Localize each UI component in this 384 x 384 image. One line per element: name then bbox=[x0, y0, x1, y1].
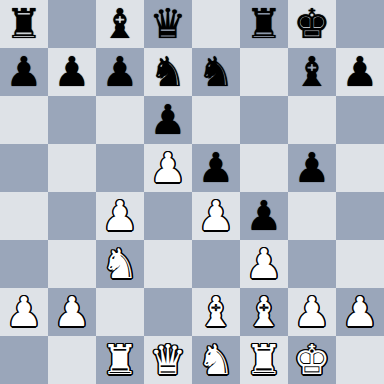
square-d3[interactable] bbox=[144, 240, 192, 288]
white-rook[interactable]: ♜ bbox=[246, 336, 283, 384]
white-bishop[interactable]: ♝ bbox=[246, 288, 283, 336]
black-knight[interactable]: ♞ bbox=[150, 48, 187, 96]
black-pawn[interactable]: ♟ bbox=[54, 48, 91, 96]
square-g5[interactable]: ♟ bbox=[288, 144, 336, 192]
square-h8[interactable] bbox=[336, 0, 384, 48]
black-bishop[interactable]: ♝ bbox=[294, 48, 331, 96]
square-d2[interactable] bbox=[144, 288, 192, 336]
square-f1[interactable]: ♜ bbox=[240, 336, 288, 384]
white-pawn[interactable]: ♟ bbox=[294, 288, 331, 336]
square-b8[interactable] bbox=[48, 0, 96, 48]
black-pawn[interactable]: ♟ bbox=[198, 144, 235, 192]
black-pawn[interactable]: ♟ bbox=[6, 48, 43, 96]
square-e5[interactable]: ♟ bbox=[192, 144, 240, 192]
black-pawn[interactable]: ♟ bbox=[342, 48, 379, 96]
white-pawn[interactable]: ♟ bbox=[150, 144, 187, 192]
white-king[interactable]: ♚ bbox=[294, 336, 331, 384]
black-pawn[interactable]: ♟ bbox=[150, 96, 187, 144]
square-b1[interactable] bbox=[48, 336, 96, 384]
black-rook[interactable]: ♜ bbox=[246, 0, 283, 48]
white-pawn[interactable]: ♟ bbox=[54, 288, 91, 336]
black-pawn[interactable]: ♟ bbox=[246, 192, 283, 240]
square-h7[interactable]: ♟ bbox=[336, 48, 384, 96]
square-c1[interactable]: ♜ bbox=[96, 336, 144, 384]
square-a3[interactable] bbox=[0, 240, 48, 288]
square-h1[interactable] bbox=[336, 336, 384, 384]
square-f3[interactable]: ♟ bbox=[240, 240, 288, 288]
square-c6[interactable] bbox=[96, 96, 144, 144]
square-d7[interactable]: ♞ bbox=[144, 48, 192, 96]
square-f8[interactable]: ♜ bbox=[240, 0, 288, 48]
square-d5[interactable]: ♟ bbox=[144, 144, 192, 192]
square-h2[interactable]: ♟ bbox=[336, 288, 384, 336]
square-a4[interactable] bbox=[0, 192, 48, 240]
square-g7[interactable]: ♝ bbox=[288, 48, 336, 96]
white-rook[interactable]: ♜ bbox=[102, 336, 139, 384]
square-a5[interactable] bbox=[0, 144, 48, 192]
square-a2[interactable]: ♟ bbox=[0, 288, 48, 336]
square-f5[interactable] bbox=[240, 144, 288, 192]
black-rook[interactable]: ♜ bbox=[6, 0, 43, 48]
square-h5[interactable] bbox=[336, 144, 384, 192]
white-knight[interactable]: ♞ bbox=[198, 336, 235, 384]
square-f2[interactable]: ♝ bbox=[240, 288, 288, 336]
white-pawn[interactable]: ♟ bbox=[342, 288, 379, 336]
square-g3[interactable] bbox=[288, 240, 336, 288]
square-b7[interactable]: ♟ bbox=[48, 48, 96, 96]
black-queen[interactable]: ♛ bbox=[150, 0, 187, 48]
square-e3[interactable] bbox=[192, 240, 240, 288]
chess-board: ♜♝♛♜♚♟♟♟♞♞♝♟♟♟♟♟♟♟♟♞♟♟♟♝♝♟♟♜♛♞♜♚ bbox=[0, 0, 384, 384]
square-a8[interactable]: ♜ bbox=[0, 0, 48, 48]
square-h6[interactable] bbox=[336, 96, 384, 144]
square-b5[interactable] bbox=[48, 144, 96, 192]
white-pawn[interactable]: ♟ bbox=[246, 240, 283, 288]
square-e6[interactable] bbox=[192, 96, 240, 144]
square-g8[interactable]: ♚ bbox=[288, 0, 336, 48]
square-d1[interactable]: ♛ bbox=[144, 336, 192, 384]
square-d8[interactable]: ♛ bbox=[144, 0, 192, 48]
square-c4[interactable]: ♟ bbox=[96, 192, 144, 240]
square-h3[interactable] bbox=[336, 240, 384, 288]
square-a7[interactable]: ♟ bbox=[0, 48, 48, 96]
white-knight[interactable]: ♞ bbox=[102, 240, 139, 288]
square-f7[interactable] bbox=[240, 48, 288, 96]
square-f4[interactable]: ♟ bbox=[240, 192, 288, 240]
square-b6[interactable] bbox=[48, 96, 96, 144]
square-b3[interactable] bbox=[48, 240, 96, 288]
square-c5[interactable] bbox=[96, 144, 144, 192]
black-knight[interactable]: ♞ bbox=[198, 48, 235, 96]
white-pawn[interactable]: ♟ bbox=[6, 288, 43, 336]
square-e2[interactable]: ♝ bbox=[192, 288, 240, 336]
white-queen[interactable]: ♛ bbox=[150, 336, 187, 384]
square-a6[interactable] bbox=[0, 96, 48, 144]
square-a1[interactable] bbox=[0, 336, 48, 384]
square-c3[interactable]: ♞ bbox=[96, 240, 144, 288]
square-e8[interactable] bbox=[192, 0, 240, 48]
square-d4[interactable] bbox=[144, 192, 192, 240]
black-pawn[interactable]: ♟ bbox=[294, 144, 331, 192]
square-g2[interactable]: ♟ bbox=[288, 288, 336, 336]
square-e1[interactable]: ♞ bbox=[192, 336, 240, 384]
square-e7[interactable]: ♞ bbox=[192, 48, 240, 96]
square-d6[interactable]: ♟ bbox=[144, 96, 192, 144]
square-e4[interactable]: ♟ bbox=[192, 192, 240, 240]
square-b2[interactable]: ♟ bbox=[48, 288, 96, 336]
black-bishop[interactable]: ♝ bbox=[102, 0, 139, 48]
white-pawn[interactable]: ♟ bbox=[102, 192, 139, 240]
square-h4[interactable] bbox=[336, 192, 384, 240]
black-king[interactable]: ♚ bbox=[294, 0, 331, 48]
square-b4[interactable] bbox=[48, 192, 96, 240]
square-g1[interactable]: ♚ bbox=[288, 336, 336, 384]
square-f6[interactable] bbox=[240, 96, 288, 144]
square-g6[interactable] bbox=[288, 96, 336, 144]
square-c2[interactable] bbox=[96, 288, 144, 336]
black-pawn[interactable]: ♟ bbox=[102, 48, 139, 96]
white-pawn[interactable]: ♟ bbox=[198, 192, 235, 240]
square-c8[interactable]: ♝ bbox=[96, 0, 144, 48]
square-g4[interactable] bbox=[288, 192, 336, 240]
white-bishop[interactable]: ♝ bbox=[198, 288, 235, 336]
square-c7[interactable]: ♟ bbox=[96, 48, 144, 96]
